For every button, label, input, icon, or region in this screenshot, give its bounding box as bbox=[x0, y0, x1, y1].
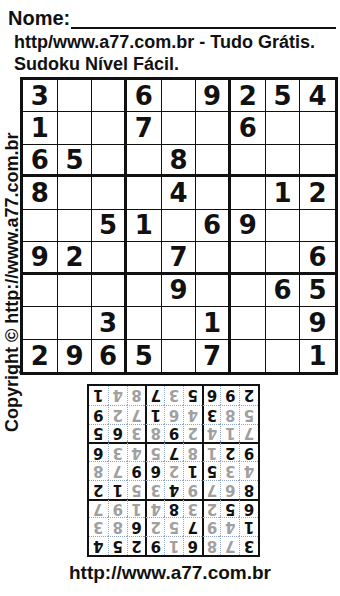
cell-r5c6[interactable]: 6 bbox=[196, 210, 231, 242]
cell-r1c3[interactable] bbox=[92, 80, 127, 112]
solution-cell-r7c9: 5 bbox=[89, 424, 108, 443]
solution-cell-r3c7: 1 bbox=[127, 499, 146, 518]
cell-r9c9[interactable]: 1 bbox=[300, 340, 335, 372]
cell-r3c1[interactable]: 6 bbox=[23, 145, 58, 177]
solution-cell-r9c8: 4 bbox=[108, 386, 127, 405]
cell-r4c4[interactable] bbox=[127, 177, 162, 209]
cell-r7c3[interactable] bbox=[92, 275, 127, 307]
cell-r4c3[interactable] bbox=[92, 177, 127, 209]
cell-r7c8[interactable]: 6 bbox=[266, 275, 301, 307]
solution-cell-r9c1: 2 bbox=[239, 386, 258, 405]
solution-cell-r9c9: 1 bbox=[89, 386, 108, 405]
solution-cell-r4c1: 8 bbox=[239, 480, 258, 499]
cell-r7c6[interactable] bbox=[196, 275, 231, 307]
solution-cell-r5c1: 4 bbox=[239, 461, 258, 480]
cell-r9c3[interactable]: 6 bbox=[92, 340, 127, 372]
cell-r7c4[interactable] bbox=[127, 275, 162, 307]
cell-r7c2[interactable] bbox=[58, 275, 93, 307]
cell-r6c6[interactable] bbox=[196, 242, 231, 274]
cell-r6c3[interactable] bbox=[92, 242, 127, 274]
cell-r4c9[interactable]: 2 bbox=[300, 177, 335, 209]
solution-cell-r1c6: 9 bbox=[145, 536, 164, 555]
site-url-line: http/www.a77.com.br - Tudo Grátis. bbox=[14, 32, 340, 53]
cell-r7c1[interactable] bbox=[23, 275, 58, 307]
solution-sudoku-grid: 3786192541497526836523841978679435124351… bbox=[87, 384, 260, 557]
cell-r5c1[interactable] bbox=[23, 210, 58, 242]
cell-r9c1[interactable]: 2 bbox=[23, 340, 58, 372]
cell-r3c6[interactable] bbox=[196, 145, 231, 177]
solution-cell-r3c1: 6 bbox=[239, 499, 258, 518]
solution-cell-r2c7: 6 bbox=[127, 517, 146, 536]
cell-r8c2[interactable] bbox=[58, 307, 93, 339]
solution-cell-r7c6: 8 bbox=[145, 424, 164, 443]
solution-cell-r4c8: 1 bbox=[108, 480, 127, 499]
solution-cell-r6c8: 3 bbox=[108, 442, 127, 461]
cell-r6c7[interactable] bbox=[231, 242, 266, 274]
solution-cell-r5c6: 6 bbox=[145, 461, 164, 480]
cell-r5c9[interactable] bbox=[300, 210, 335, 242]
solution-cell-r6c1: 9 bbox=[239, 442, 258, 461]
solution-cell-r2c8: 8 bbox=[108, 517, 127, 536]
cell-r1c4[interactable]: 6 bbox=[127, 80, 162, 112]
solution-cell-r9c7: 8 bbox=[127, 386, 146, 405]
solution-cell-r9c6: 7 bbox=[145, 386, 164, 405]
cell-r1c6[interactable]: 9 bbox=[196, 80, 231, 112]
cell-r8c7[interactable] bbox=[231, 307, 266, 339]
cell-r3c2[interactable]: 5 bbox=[58, 145, 93, 177]
solution-cell-r6c5: 7 bbox=[164, 442, 183, 461]
solution-cell-r3c5: 8 bbox=[164, 499, 183, 518]
cell-r9c7[interactable] bbox=[231, 340, 266, 372]
cell-r8c4[interactable] bbox=[127, 307, 162, 339]
cell-r3c4[interactable] bbox=[127, 145, 162, 177]
solution-cell-r3c3: 2 bbox=[202, 499, 221, 518]
cell-r2c2[interactable] bbox=[58, 112, 93, 144]
solution-cell-r7c4: 2 bbox=[183, 424, 202, 443]
solution-cell-r8c5: 6 bbox=[164, 405, 183, 424]
cell-r7c7[interactable] bbox=[231, 275, 266, 307]
cell-r8c6[interactable]: 1 bbox=[196, 307, 231, 339]
cell-r9c6[interactable]: 7 bbox=[196, 340, 231, 372]
solution-cell-r4c2: 6 bbox=[220, 480, 239, 499]
solution-cell-r3c6: 4 bbox=[145, 499, 164, 518]
solution-cell-r4c7: 5 bbox=[127, 480, 146, 499]
cell-r3c3[interactable] bbox=[92, 145, 127, 177]
solution-cell-r6c4: 8 bbox=[183, 442, 202, 461]
solution-cell-r2c4: 7 bbox=[183, 517, 202, 536]
cell-r5c5[interactable] bbox=[162, 210, 197, 242]
solution-cell-r3c9: 7 bbox=[89, 499, 108, 518]
solution-cell-r3c4: 3 bbox=[183, 499, 202, 518]
solution-grid-wrap: 3786192541497526836523841978679435124351… bbox=[87, 384, 260, 557]
cell-r2c8[interactable] bbox=[266, 112, 301, 144]
name-underline bbox=[71, 7, 336, 29]
solution-cell-r4c3: 7 bbox=[202, 480, 221, 499]
cell-r6c8[interactable] bbox=[266, 242, 301, 274]
solution-cell-r6c7: 4 bbox=[127, 442, 146, 461]
cell-r2c4[interactable]: 7 bbox=[127, 112, 162, 144]
cell-r8c8[interactable] bbox=[266, 307, 301, 339]
cell-r8c9[interactable]: 9 bbox=[300, 307, 335, 339]
cell-r8c1[interactable] bbox=[23, 307, 58, 339]
cell-r3c9[interactable] bbox=[300, 145, 335, 177]
puzzle-title: Sudoku Nível Fácil. bbox=[14, 54, 340, 75]
solution-cell-r2c2: 4 bbox=[220, 517, 239, 536]
solution-cell-r6c6: 5 bbox=[145, 442, 164, 461]
solution-cell-r7c7: 3 bbox=[127, 424, 146, 443]
footer-url: http://www.a77.com.br bbox=[0, 562, 340, 584]
cell-r6c1[interactable]: 9 bbox=[23, 242, 58, 274]
solution-cell-r7c3: 4 bbox=[202, 424, 221, 443]
cell-r9c2[interactable]: 9 bbox=[58, 340, 93, 372]
cell-r7c9[interactable]: 5 bbox=[300, 275, 335, 307]
solution-cell-r7c8: 6 bbox=[108, 424, 127, 443]
solution-cell-r8c3: 3 bbox=[202, 405, 221, 424]
solution-cell-r5c2: 3 bbox=[220, 461, 239, 480]
cell-r1c5[interactable] bbox=[162, 80, 197, 112]
solution-cell-r6c9: 6 bbox=[89, 442, 108, 461]
cell-r7c5[interactable]: 9 bbox=[162, 275, 197, 307]
solution-cell-r2c6: 2 bbox=[145, 517, 164, 536]
solution-cell-r1c3: 8 bbox=[202, 536, 221, 555]
cell-r1c2[interactable] bbox=[58, 80, 93, 112]
solution-cell-r1c8: 5 bbox=[108, 536, 127, 555]
solution-cell-r8c2: 8 bbox=[220, 405, 239, 424]
solution-cell-r9c5: 3 bbox=[164, 386, 183, 405]
solution-cell-r5c7: 9 bbox=[127, 461, 146, 480]
solution-cell-r2c9: 3 bbox=[89, 517, 108, 536]
cell-r3c8[interactable] bbox=[266, 145, 301, 177]
cell-r2c3[interactable] bbox=[92, 112, 127, 144]
cell-r2c5[interactable] bbox=[162, 112, 197, 144]
cell-r6c4[interactable] bbox=[127, 242, 162, 274]
cell-r9c4[interactable]: 5 bbox=[127, 340, 162, 372]
name-label: Nome: bbox=[8, 7, 70, 29]
solution-cell-r5c5: 2 bbox=[164, 461, 183, 480]
solution-cell-r4c9: 2 bbox=[89, 480, 108, 499]
solution-cell-r9c3: 6 bbox=[202, 386, 221, 405]
cell-r4c5[interactable]: 4 bbox=[162, 177, 197, 209]
main-sudoku-grid: 369254176658841251699276965319296571 bbox=[20, 77, 338, 375]
solution-cell-r5c3: 5 bbox=[202, 461, 221, 480]
cell-r5c8[interactable] bbox=[266, 210, 301, 242]
solution-cell-r8c7: 7 bbox=[127, 405, 146, 424]
solution-cell-r1c1: 3 bbox=[239, 536, 258, 555]
cell-r8c5[interactable] bbox=[162, 307, 197, 339]
solution-cell-r8c6: 1 bbox=[145, 405, 164, 424]
cell-r1c1[interactable]: 3 bbox=[23, 80, 58, 112]
page: Nome: http/www.a77.com.br - Tudo Grátis.… bbox=[0, 0, 340, 596]
cell-r3c5[interactable]: 8 bbox=[162, 145, 197, 177]
solution-cell-r6c2: 2 bbox=[220, 442, 239, 461]
solution-cell-r2c3: 9 bbox=[202, 517, 221, 536]
cell-r1c7[interactable]: 2 bbox=[231, 80, 266, 112]
cell-r9c5[interactable] bbox=[162, 340, 197, 372]
cell-r5c2[interactable] bbox=[58, 210, 93, 242]
solution-cell-r7c1: 7 bbox=[239, 424, 258, 443]
solution-cell-r3c2: 5 bbox=[220, 499, 239, 518]
name-row: Nome: bbox=[0, 0, 340, 29]
cell-r5c4[interactable]: 1 bbox=[127, 210, 162, 242]
cell-r3c7[interactable] bbox=[231, 145, 266, 177]
cell-r8c3[interactable]: 3 bbox=[92, 307, 127, 339]
solution-cell-r8c8: 2 bbox=[108, 405, 127, 424]
cell-r5c7[interactable]: 9 bbox=[231, 210, 266, 242]
cell-r6c2[interactable]: 2 bbox=[58, 242, 93, 274]
solution-cell-r7c5: 9 bbox=[164, 424, 183, 443]
solution-cell-r8c9: 9 bbox=[89, 405, 108, 424]
solution-cell-r5c4: 1 bbox=[183, 461, 202, 480]
cell-r9c8[interactable] bbox=[266, 340, 301, 372]
solution-cell-r6c3: 1 bbox=[202, 442, 221, 461]
solution-cell-r2c5: 5 bbox=[164, 517, 183, 536]
solution-cell-r5c9: 8 bbox=[89, 461, 108, 480]
solution-cell-r8c4: 4 bbox=[183, 405, 202, 424]
cell-r4c1[interactable]: 8 bbox=[23, 177, 58, 209]
cell-r4c2[interactable] bbox=[58, 177, 93, 209]
solution-cell-r9c4: 5 bbox=[183, 386, 202, 405]
solution-cell-r4c6: 3 bbox=[145, 480, 164, 499]
cell-r6c5[interactable]: 7 bbox=[162, 242, 197, 274]
cell-r1c9[interactable]: 4 bbox=[300, 80, 335, 112]
cell-r2c7[interactable]: 6 bbox=[231, 112, 266, 144]
cell-r4c6[interactable] bbox=[196, 177, 231, 209]
solution-cell-r1c2: 7 bbox=[220, 536, 239, 555]
solution-cell-r7c2: 1 bbox=[220, 424, 239, 443]
solution-cell-r5c8: 7 bbox=[108, 461, 127, 480]
solution-cell-r4c5: 4 bbox=[164, 480, 183, 499]
cell-r4c8[interactable]: 1 bbox=[266, 177, 301, 209]
cell-r4c7[interactable] bbox=[231, 177, 266, 209]
copyright-vertical-text: Copyright © http://www.a77.com.br bbox=[2, 78, 22, 432]
solution-cell-r3c8: 9 bbox=[108, 499, 127, 518]
cell-r2c9[interactable] bbox=[300, 112, 335, 144]
cell-r2c1[interactable]: 1 bbox=[23, 112, 58, 144]
solution-cell-r8c1: 5 bbox=[239, 405, 258, 424]
cell-r5c3[interactable]: 5 bbox=[92, 210, 127, 242]
solution-cell-r4c4: 9 bbox=[183, 480, 202, 499]
solution-cell-r1c4: 6 bbox=[183, 536, 202, 555]
solution-cell-r1c5: 1 bbox=[164, 536, 183, 555]
cell-r2c6[interactable] bbox=[196, 112, 231, 144]
solution-cell-r1c7: 2 bbox=[127, 536, 146, 555]
cell-r1c8[interactable]: 5 bbox=[266, 80, 301, 112]
solution-cell-r1c9: 4 bbox=[89, 536, 108, 555]
cell-r6c9[interactable]: 6 bbox=[300, 242, 335, 274]
solution-cell-r2c1: 1 bbox=[239, 517, 258, 536]
solution-cell-r9c2: 9 bbox=[220, 386, 239, 405]
